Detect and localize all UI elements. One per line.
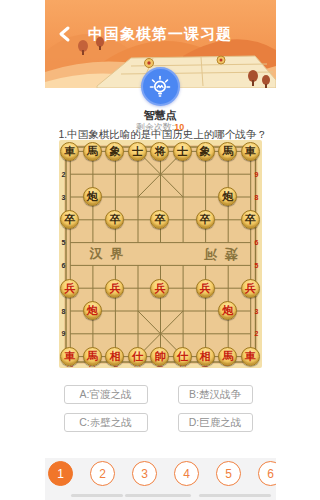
board-intersection-7-1: 象 bbox=[194, 140, 217, 163]
board-intersection-9-2 bbox=[239, 163, 262, 186]
board-intersection-9-6 bbox=[239, 254, 262, 277]
board-intersection-2-2 bbox=[81, 163, 104, 186]
board-intersection-6-4 bbox=[171, 208, 194, 231]
pager-item-3[interactable]: 3 bbox=[132, 461, 157, 486]
board-intersection-4-10: 仕 bbox=[126, 345, 149, 368]
board-intersection-7-7: 兵 bbox=[194, 277, 217, 300]
board-intersection-8-5 bbox=[216, 231, 239, 254]
board-intersection-4-6 bbox=[126, 254, 149, 277]
board-intersection-6-9 bbox=[171, 322, 194, 345]
answer-button-d[interactable]: D:巨鹿之战 bbox=[178, 413, 253, 432]
board-intersection-5-3 bbox=[149, 186, 172, 209]
board-intersection-2-10: 馬 bbox=[81, 345, 104, 368]
board-intersection-9-5 bbox=[239, 231, 262, 254]
board-intersection-7-10: 相 bbox=[194, 345, 217, 368]
board-intersection-7-6 bbox=[194, 254, 217, 277]
board-intersection-8-4 bbox=[216, 208, 239, 231]
board-intersection-6-7 bbox=[171, 277, 194, 300]
board-intersection-3-1: 象 bbox=[104, 140, 127, 163]
piece-red-炮-f2r8: 炮 bbox=[83, 301, 102, 320]
board-intersection-9-7: 兵 bbox=[239, 277, 262, 300]
board-intersection-2-4 bbox=[81, 208, 104, 231]
board-intersection-3-10: 相 bbox=[104, 345, 127, 368]
piece-black-卒-f5r4: 卒 bbox=[150, 210, 169, 229]
board-intersection-8-7 bbox=[216, 277, 239, 300]
board-intersection-4-9 bbox=[126, 322, 149, 345]
piece-red-車-f1r10: 車 bbox=[60, 347, 79, 366]
board-intersection-4-8 bbox=[126, 300, 149, 323]
board-intersection-6-2 bbox=[171, 163, 194, 186]
board-intersection-4-3 bbox=[126, 186, 149, 209]
board-intersection-3-2 bbox=[104, 163, 127, 186]
piece-red-兵-f1r7: 兵 bbox=[60, 279, 79, 298]
board-intersection-1-4: 卒 bbox=[59, 208, 82, 231]
board-intersection-1-6 bbox=[59, 254, 82, 277]
page-title: 中国象棋第一课习题 bbox=[45, 25, 276, 44]
board-intersection-6-1: 士 bbox=[171, 140, 194, 163]
board-intersection-5-8 bbox=[149, 300, 172, 323]
board-intersection-4-5 bbox=[126, 231, 149, 254]
board-intersection-2-3: 炮 bbox=[81, 186, 104, 209]
board-intersection-7-4: 卒 bbox=[194, 208, 217, 231]
board-intersection-8-10: 馬 bbox=[216, 345, 239, 368]
piece-black-卒-f7r4: 卒 bbox=[196, 210, 215, 229]
board-intersection-3-9 bbox=[104, 322, 127, 345]
board-intersection-2-8: 炮 bbox=[81, 300, 104, 323]
board-intersection-6-3 bbox=[171, 186, 194, 209]
board-intersection-4-1: 士 bbox=[126, 140, 149, 163]
pager-item-5[interactable]: 5 bbox=[216, 461, 241, 486]
board-intersection-3-6 bbox=[104, 254, 127, 277]
board-intersection-6-5 bbox=[171, 231, 194, 254]
piece-red-帥-f5r10: 帥 bbox=[150, 347, 169, 366]
piece-red-兵-f9r7: 兵 bbox=[241, 279, 260, 298]
lightbulb-icon bbox=[148, 75, 172, 99]
piece-red-車-f9r10: 車 bbox=[241, 347, 260, 366]
board-intersection-4-7 bbox=[126, 277, 149, 300]
board-intersection-2-7 bbox=[81, 277, 104, 300]
piece-red-馬-f2r10: 馬 bbox=[83, 347, 102, 366]
back-button[interactable] bbox=[55, 24, 75, 44]
board-intersection-2-5 bbox=[81, 231, 104, 254]
board-intersection-1-8 bbox=[59, 300, 82, 323]
board-intersection-9-8 bbox=[239, 300, 262, 323]
piece-black-卒-f9r4: 卒 bbox=[241, 210, 260, 229]
piece-red-相-f7r10: 相 bbox=[196, 347, 215, 366]
board-intersection-8-9 bbox=[216, 322, 239, 345]
piece-black-卒-f3r4: 卒 bbox=[105, 210, 124, 229]
board-intersection-5-9 bbox=[149, 322, 172, 345]
board-intersection-7-2 bbox=[194, 163, 217, 186]
board-intersection-5-1: 将 bbox=[149, 140, 172, 163]
app-screen: 中国象棋第一课习题 智慧点 剩余次数:10 1.中国象棋比喻的是中国历史上的哪个… bbox=[45, 0, 276, 500]
board-intersection-7-9 bbox=[194, 322, 217, 345]
piece-red-兵-f7r7: 兵 bbox=[196, 279, 215, 298]
piece-black-炮-f2r3: 炮 bbox=[83, 187, 102, 206]
chevron-left-icon bbox=[55, 24, 75, 44]
board-intersection-7-8 bbox=[194, 300, 217, 323]
board-intersection-8-2 bbox=[216, 163, 239, 186]
board-intersection-3-4: 卒 bbox=[104, 208, 127, 231]
board-intersection-3-3 bbox=[104, 186, 127, 209]
board-intersection-1-9 bbox=[59, 322, 82, 345]
board-intersection-9-1: 車 bbox=[239, 140, 262, 163]
board-intersection-1-2 bbox=[59, 163, 82, 186]
board-intersection-5-7: 兵 bbox=[149, 277, 172, 300]
piece-red-馬-f8r10: 馬 bbox=[218, 347, 237, 366]
xiangqi-board: 汉界 楚河 235689986532 九八七六五四三二一 車馬象士将士象馬車炮炮… bbox=[59, 140, 262, 368]
piece-black-車-f9r1: 車 bbox=[241, 142, 260, 161]
board-intersection-3-8 bbox=[104, 300, 127, 323]
answer-button-b[interactable]: B:楚汉战争 bbox=[178, 385, 253, 404]
board-intersection-3-5 bbox=[104, 231, 127, 254]
answer-button-c[interactable]: C:赤壁之战 bbox=[64, 413, 148, 432]
pager-item-4[interactable]: 4 bbox=[174, 461, 199, 486]
answer-button-a[interactable]: A:官渡之战 bbox=[64, 385, 148, 404]
question-pager-bar: 123456 bbox=[45, 458, 276, 500]
board-intersection-8-8: 炮 bbox=[216, 300, 239, 323]
board-intersection-5-6 bbox=[149, 254, 172, 277]
board-intersection-1-7: 兵 bbox=[59, 277, 82, 300]
piece-black-将-f5r1: 将 bbox=[150, 142, 169, 161]
pager-item-6[interactable]: 6 bbox=[258, 461, 276, 486]
question-pager: 123456 bbox=[48, 461, 276, 486]
board-intersection-1-1: 車 bbox=[59, 140, 82, 163]
board-intersection-7-3 bbox=[194, 186, 217, 209]
board-intersection-4-2 bbox=[126, 163, 149, 186]
pager-divider-1 bbox=[71, 494, 123, 497]
pager-item-2[interactable]: 2 bbox=[90, 461, 115, 486]
board-intersection-5-2 bbox=[149, 163, 172, 186]
piece-black-炮-f8r3: 炮 bbox=[218, 187, 237, 206]
board-intersection-5-5 bbox=[149, 231, 172, 254]
piece-black-馬-f2r1: 馬 bbox=[83, 142, 102, 161]
piece-red-炮-f8r8: 炮 bbox=[218, 301, 237, 320]
piece-red-兵-f5r7: 兵 bbox=[150, 279, 169, 298]
board-intersection-5-10: 帥 bbox=[149, 345, 172, 368]
board-intersection-1-3 bbox=[59, 186, 82, 209]
piece-black-卒-f1r4: 卒 bbox=[60, 210, 79, 229]
piece-red-仕-f6r10: 仕 bbox=[173, 347, 192, 366]
piece-black-車-f1r1: 車 bbox=[60, 142, 79, 161]
pager-item-1[interactable]: 1 bbox=[48, 461, 73, 486]
board-intersection-6-6 bbox=[171, 254, 194, 277]
board-intersection-7-5 bbox=[194, 231, 217, 254]
piece-black-士-f4r1: 士 bbox=[128, 142, 147, 161]
board-intersection-1-5 bbox=[59, 231, 82, 254]
piece-red-仕-f4r10: 仕 bbox=[128, 347, 147, 366]
board-intersection-9-9 bbox=[239, 322, 262, 345]
board-intersection-8-1: 馬 bbox=[216, 140, 239, 163]
board-intersection-9-3 bbox=[239, 186, 262, 209]
board-intersection-9-4: 卒 bbox=[239, 208, 262, 231]
board-grid: 車馬象士将士象馬車炮炮卒卒卒卒卒兵兵兵兵兵炮炮車馬相仕帥仕相馬車 bbox=[59, 140, 262, 368]
piece-black-馬-f8r1: 馬 bbox=[218, 142, 237, 161]
board-intersection-8-3: 炮 bbox=[216, 186, 239, 209]
piece-red-兵-f3r7: 兵 bbox=[105, 279, 124, 298]
board-intersection-2-9 bbox=[81, 322, 104, 345]
board-intersection-2-1: 馬 bbox=[81, 140, 104, 163]
board-intersection-5-4: 卒 bbox=[149, 208, 172, 231]
piece-black-士-f6r1: 士 bbox=[173, 142, 192, 161]
board-intersection-8-6 bbox=[216, 254, 239, 277]
board-intersection-6-10: 仕 bbox=[171, 345, 194, 368]
piece-black-象-f3r1: 象 bbox=[105, 142, 124, 161]
board-intersection-1-10: 車 bbox=[59, 345, 82, 368]
board-intersection-6-8 bbox=[171, 300, 194, 323]
board-intersection-9-10: 車 bbox=[239, 345, 262, 368]
board-intersection-3-7: 兵 bbox=[104, 277, 127, 300]
wisdom-hint-button[interactable] bbox=[141, 67, 180, 106]
piece-red-相-f3r10: 相 bbox=[105, 347, 124, 366]
board-intersection-2-6 bbox=[81, 254, 104, 277]
pager-divider-2 bbox=[125, 494, 191, 497]
piece-black-象-f7r1: 象 bbox=[196, 142, 215, 161]
pager-divider-3 bbox=[199, 494, 271, 497]
board-intersection-4-4 bbox=[126, 208, 149, 231]
